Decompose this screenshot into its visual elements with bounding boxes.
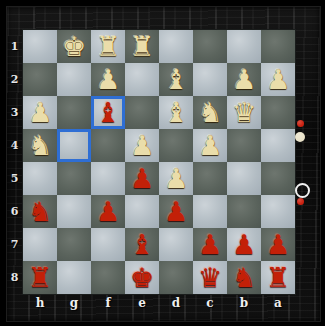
- square-a5[interactable]: [261, 162, 295, 195]
- square-g5[interactable]: [57, 162, 91, 195]
- square-h3[interactable]: ♟: [23, 96, 57, 129]
- white-knight-c3: ♞: [198, 96, 222, 129]
- square-f2[interactable]: ♟: [91, 63, 125, 96]
- file-label-h: h: [23, 296, 57, 312]
- square-e2[interactable]: [125, 63, 159, 96]
- square-f6[interactable]: ♟: [91, 195, 125, 228]
- square-d4[interactable]: [159, 129, 193, 162]
- chess-app-window: 12345678 ♚♜♜♟♝♟♟♟♝♝♞♛♞♟♟♟♟♞♟♟♝♟♟♟♜♚♛♞♜ h…: [0, 0, 325, 326]
- white-pawn-f2: ♟: [96, 63, 120, 96]
- square-h1[interactable]: [23, 30, 57, 63]
- square-e8[interactable]: ♚: [125, 261, 159, 294]
- square-f5[interactable]: [91, 162, 125, 195]
- white-king-g1: ♚: [62, 30, 86, 63]
- file-label-d: d: [159, 296, 193, 312]
- square-e1[interactable]: ♜: [125, 30, 159, 63]
- file-label-g: g: [57, 296, 91, 312]
- square-b1[interactable]: [227, 30, 261, 63]
- square-a2[interactable]: ♟: [261, 63, 295, 96]
- white-pawn-b2: ♟: [232, 63, 256, 96]
- red-king-e8: ♚: [130, 261, 154, 294]
- square-h4[interactable]: ♞: [23, 129, 57, 162]
- rank-label-5: 5: [6, 162, 23, 195]
- square-d3[interactable]: ♝: [159, 96, 193, 129]
- square-b6[interactable]: [227, 195, 261, 228]
- red-pawn-e5: ♟: [130, 162, 154, 195]
- square-e4[interactable]: ♟: [125, 129, 159, 162]
- red-pawn-c7: ♟: [198, 228, 222, 261]
- rank-label-1: 1: [6, 30, 23, 63]
- square-e6[interactable]: [125, 195, 159, 228]
- square-c6[interactable]: [193, 195, 227, 228]
- square-f3[interactable]: ♝: [91, 96, 125, 129]
- red-knight-b8: ♞: [232, 261, 256, 294]
- red-pawn-a7: ♟: [266, 228, 290, 261]
- square-a7[interactable]: ♟: [261, 228, 295, 261]
- white-rook-e1: ♜: [130, 30, 154, 63]
- square-f8[interactable]: [91, 261, 125, 294]
- red-pawn-d6: ♟: [164, 195, 188, 228]
- red-dot-indicator-bottom: [297, 198, 304, 205]
- square-d6[interactable]: ♟: [159, 195, 193, 228]
- square-c7[interactable]: ♟: [193, 228, 227, 261]
- square-g7[interactable]: [57, 228, 91, 261]
- square-d1[interactable]: [159, 30, 193, 63]
- square-d5[interactable]: ♟: [159, 162, 193, 195]
- square-d7[interactable]: [159, 228, 193, 261]
- square-c5[interactable]: [193, 162, 227, 195]
- square-d8[interactable]: [159, 261, 193, 294]
- square-g6[interactable]: [57, 195, 91, 228]
- square-a8[interactable]: ♜: [261, 261, 295, 294]
- square-a3[interactable]: [261, 96, 295, 129]
- rank-label-3: 3: [6, 96, 23, 129]
- square-c3[interactable]: ♞: [193, 96, 227, 129]
- white-bishop-d2: ♝: [164, 63, 188, 96]
- square-f1[interactable]: ♜: [91, 30, 125, 63]
- square-g2[interactable]: [57, 63, 91, 96]
- red-bishop-f3: ♝: [96, 96, 120, 129]
- red-knight-h6: ♞: [28, 195, 52, 228]
- rank-labels: 12345678: [6, 30, 23, 294]
- file-label-f: f: [91, 296, 125, 312]
- red-queen-c8: ♛: [198, 261, 222, 294]
- white-pawn-a2: ♟: [266, 63, 290, 96]
- white-pawn-c4: ♟: [198, 129, 222, 162]
- square-h6[interactable]: ♞: [23, 195, 57, 228]
- white-pawn-h3: ♟: [28, 96, 52, 129]
- square-b2[interactable]: ♟: [227, 63, 261, 96]
- square-e7[interactable]: ♝: [125, 228, 159, 261]
- rank-label-4: 4: [6, 129, 23, 162]
- red-dot-indicator-top: [297, 120, 304, 127]
- white-ring-indicator: [295, 183, 310, 198]
- square-a6[interactable]: [261, 195, 295, 228]
- square-a1[interactable]: [261, 30, 295, 63]
- square-g3[interactable]: [57, 96, 91, 129]
- square-g8[interactable]: [57, 261, 91, 294]
- square-h5[interactable]: [23, 162, 57, 195]
- red-bishop-e7: ♝: [130, 228, 154, 261]
- square-e5[interactable]: ♟: [125, 162, 159, 195]
- square-b8[interactable]: ♞: [227, 261, 261, 294]
- chess-board[interactable]: ♚♜♜♟♝♟♟♟♝♝♞♛♞♟♟♟♟♞♟♟♝♟♟♟♜♚♛♞♜: [23, 30, 295, 294]
- white-queen-b3: ♛: [232, 96, 256, 129]
- file-label-c: c: [193, 296, 227, 312]
- square-h8[interactable]: ♜: [23, 261, 57, 294]
- square-b4[interactable]: [227, 129, 261, 162]
- rank-label-8: 8: [6, 261, 23, 294]
- file-labels: hgfedcba: [23, 296, 295, 312]
- square-a4[interactable]: [261, 129, 295, 162]
- square-c8[interactable]: ♛: [193, 261, 227, 294]
- white-rook-f1: ♜: [96, 30, 120, 63]
- square-h7[interactable]: [23, 228, 57, 261]
- square-b3[interactable]: ♛: [227, 96, 261, 129]
- white-pawn-d5: ♟: [164, 162, 188, 195]
- square-h2[interactable]: [23, 63, 57, 96]
- red-pawn-b7: ♟: [232, 228, 256, 261]
- square-d2[interactable]: ♝: [159, 63, 193, 96]
- rank-label-6: 6: [6, 195, 23, 228]
- square-g1[interactable]: ♚: [57, 30, 91, 63]
- red-pawn-f6: ♟: [96, 195, 120, 228]
- square-c2[interactable]: [193, 63, 227, 96]
- square-f7[interactable]: [91, 228, 125, 261]
- red-rook-a8: ♜: [266, 261, 290, 294]
- white-knight-h4: ♞: [28, 129, 52, 162]
- file-label-a: a: [261, 296, 295, 312]
- rank-label-2: 2: [6, 63, 23, 96]
- square-c4[interactable]: ♟: [193, 129, 227, 162]
- square-b5[interactable]: [227, 162, 261, 195]
- rank-label-7: 7: [6, 228, 23, 261]
- white-pawn-e4: ♟: [130, 129, 154, 162]
- white-bishop-d3: ♝: [164, 96, 188, 129]
- square-g4[interactable]: [57, 129, 91, 162]
- square-e3[interactable]: [125, 96, 159, 129]
- square-f4[interactable]: [91, 129, 125, 162]
- file-label-e: e: [125, 296, 159, 312]
- square-b7[interactable]: ♟: [227, 228, 261, 261]
- white-dot-indicator: [295, 132, 305, 142]
- file-label-b: b: [227, 296, 261, 312]
- red-rook-h8: ♜: [28, 261, 52, 294]
- square-c1[interactable]: [193, 30, 227, 63]
